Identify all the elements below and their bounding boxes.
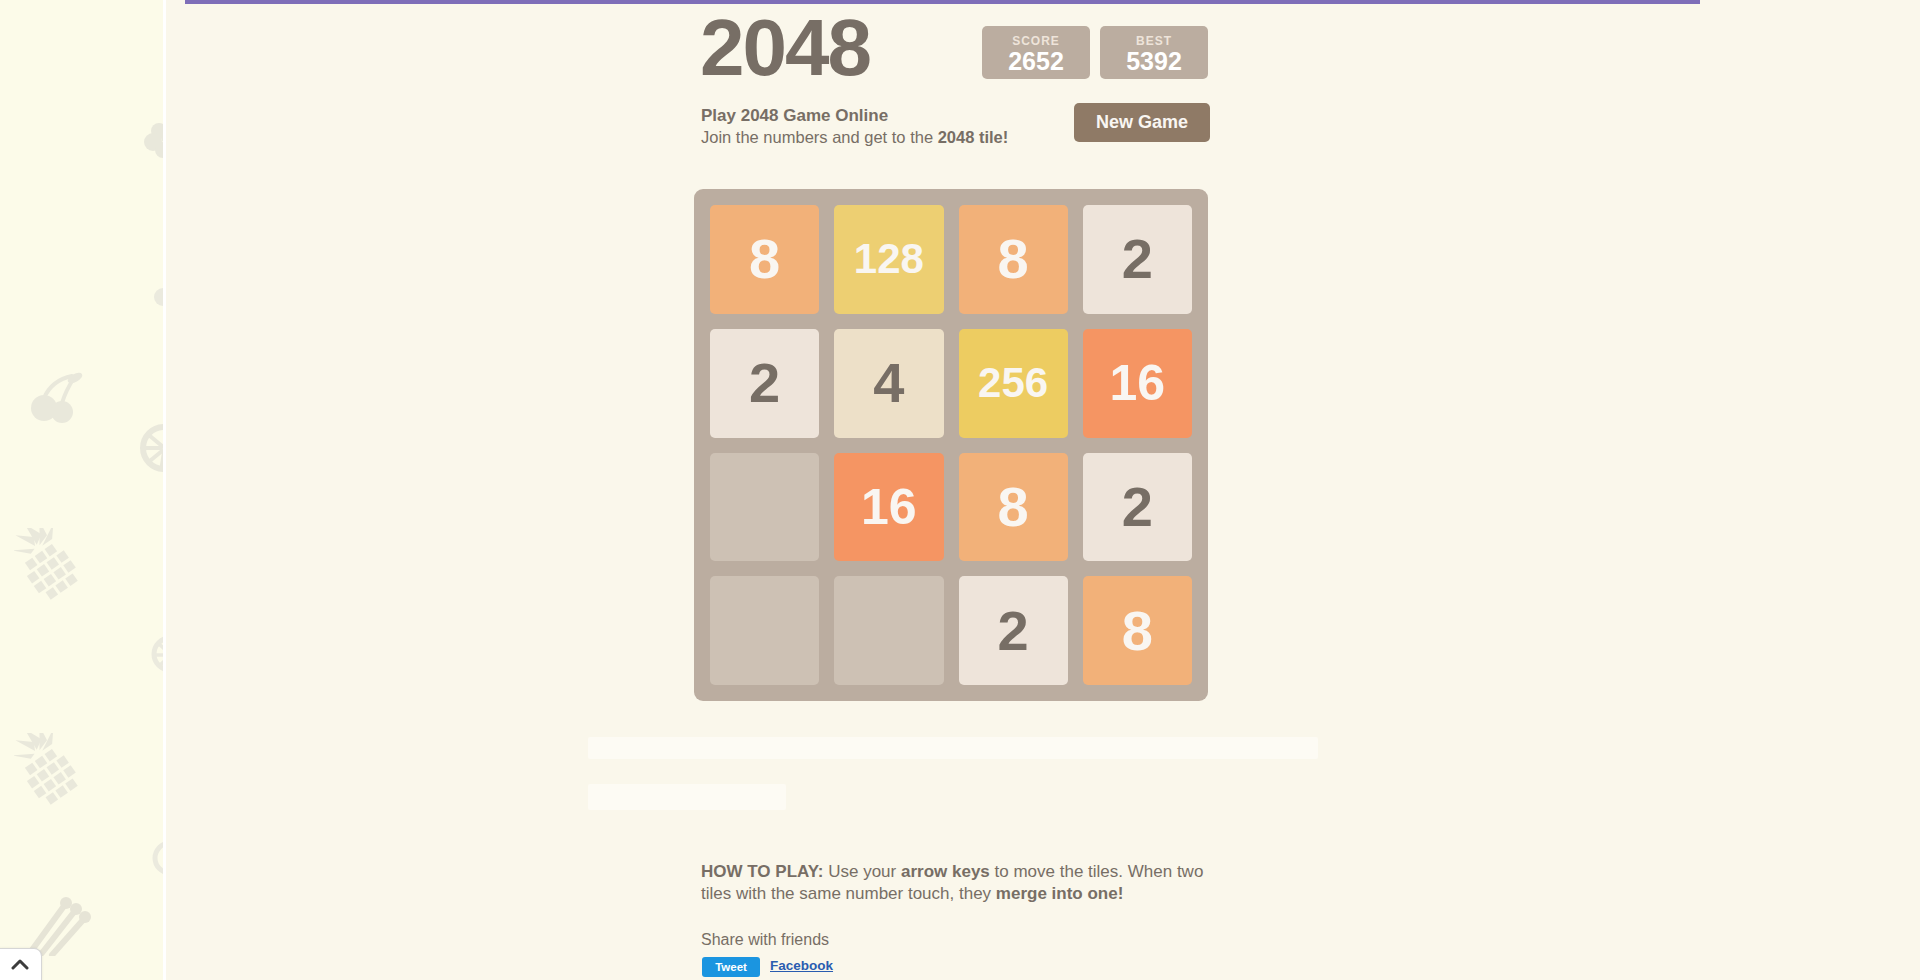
left-wallpaper [0, 0, 163, 980]
pineapple-icon [14, 528, 104, 608]
citrus-slice-icon [138, 422, 163, 474]
cherries-icon [28, 370, 84, 424]
grapes-icon [142, 120, 163, 165]
tile-8-r4c4: 8 [1083, 576, 1192, 685]
empty-cell-r4c1 [710, 576, 819, 685]
empty-cell-r4c2 [834, 576, 943, 685]
best-score-box: BEST 5392 [1100, 26, 1208, 79]
facebook-link[interactable]: Facebook [770, 958, 833, 973]
new-game-button[interactable]: New Game [1074, 103, 1210, 142]
scroll-to-top-button[interactable] [0, 948, 42, 980]
best-label: BEST [1100, 34, 1208, 48]
how-to-play-text: HOW TO PLAY: Use your arrow keys to move… [701, 861, 1213, 904]
tile-2-r3c4: 2 [1083, 453, 1192, 562]
empty-cell-r3c1 [710, 453, 819, 562]
score-label: SCORE [982, 34, 1090, 48]
ad-placeholder-band [588, 737, 1318, 759]
citrus-slice-icon [148, 632, 163, 676]
top-accent-bar [185, 0, 1700, 4]
tile-8-r1c3: 8 [959, 205, 1068, 314]
score-box: SCORE 2652 [982, 26, 1090, 79]
page-title: 2048 [700, 8, 1000, 88]
board-grid: 8128822425616168228 [694, 189, 1208, 701]
tile-8-r1c1: 8 [710, 205, 819, 314]
citrus-slice-icon [148, 838, 163, 878]
best-value: 5392 [1100, 48, 1208, 74]
subtitle: Play 2048 Game Online [701, 106, 888, 126]
tile-2-r1c4: 2 [1083, 205, 1192, 314]
spring-onions-icon [22, 890, 94, 956]
tile-2-r4c3: 2 [959, 576, 1068, 685]
tile-256-r2c3: 256 [959, 329, 1068, 438]
berry-icon [150, 286, 163, 308]
tweet-button[interactable]: Tweet [702, 957, 760, 977]
content-left-divider [163, 0, 166, 980]
ad-placeholder-band-small [588, 784, 786, 810]
tile-8-r3c3: 8 [959, 453, 1068, 562]
tile-128-r1c2: 128 [834, 205, 943, 314]
tile-16-r2c4: 16 [1083, 329, 1192, 438]
tile-4-r2c2: 4 [834, 329, 943, 438]
chevron-up-icon [11, 959, 29, 970]
share-label: Share with friends [701, 931, 829, 949]
pineapple-icon [14, 733, 104, 813]
tile-16-r3c2: 16 [834, 453, 943, 562]
tagline: Join the numbers and get to the 2048 til… [701, 128, 1008, 147]
tile-2-r2c1: 2 [710, 329, 819, 438]
score-value: 2652 [982, 48, 1090, 74]
